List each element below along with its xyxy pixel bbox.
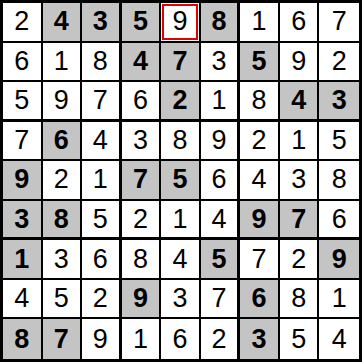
cell-r5c7[interactable]: 4 bbox=[240, 161, 280, 201]
cell-r1c5[interactable]: 9 bbox=[161, 3, 201, 43]
cell-r1c1[interactable]: 2 bbox=[3, 3, 43, 43]
cell-r4c9[interactable]: 5 bbox=[319, 122, 359, 162]
cell-r4c1[interactable]: 7 bbox=[3, 122, 43, 162]
cell-r2c5[interactable]: 7 bbox=[161, 43, 201, 83]
cell-r3c7[interactable]: 8 bbox=[240, 82, 280, 122]
cell-r7c2[interactable]: 3 bbox=[43, 240, 83, 280]
cell-r6c1[interactable]: 3 bbox=[3, 201, 43, 241]
cell-r9c3[interactable]: 9 bbox=[82, 319, 122, 359]
cell-r4c3[interactable]: 4 bbox=[82, 122, 122, 162]
cell-r6c6[interactable]: 4 bbox=[201, 201, 241, 241]
cell-r9c4[interactable]: 1 bbox=[122, 319, 162, 359]
cell-r2c2[interactable]: 1 bbox=[43, 43, 83, 83]
cell-r8c3[interactable]: 2 bbox=[82, 280, 122, 320]
cell-r8c5[interactable]: 3 bbox=[161, 280, 201, 320]
cell-r4c2[interactable]: 6 bbox=[43, 122, 83, 162]
cell-r2c9[interactable]: 2 bbox=[319, 43, 359, 83]
cell-r3c9[interactable]: 3 bbox=[319, 82, 359, 122]
cell-r9c6[interactable]: 2 bbox=[201, 319, 241, 359]
cell-r7c3[interactable]: 6 bbox=[82, 240, 122, 280]
cell-r5c2[interactable]: 2 bbox=[43, 161, 83, 201]
cell-r5c9[interactable]: 8 bbox=[319, 161, 359, 201]
cell-r2c4[interactable]: 4 bbox=[122, 43, 162, 83]
cell-r3c1[interactable]: 5 bbox=[3, 82, 43, 122]
cell-r2c8[interactable]: 9 bbox=[280, 43, 320, 83]
cell-r8c8[interactable]: 8 bbox=[280, 280, 320, 320]
sudoku-board: 2435981676184735925976218437643892159217… bbox=[0, 0, 362, 362]
cell-r7c9[interactable]: 9 bbox=[319, 240, 359, 280]
cell-r5c1[interactable]: 9 bbox=[3, 161, 43, 201]
cell-r6c8[interactable]: 7 bbox=[280, 201, 320, 241]
cell-r3c2[interactable]: 9 bbox=[43, 82, 83, 122]
cell-r5c6[interactable]: 6 bbox=[201, 161, 241, 201]
cell-r9c7[interactable]: 3 bbox=[240, 319, 280, 359]
cell-r8c4[interactable]: 9 bbox=[122, 280, 162, 320]
cell-r7c5[interactable]: 4 bbox=[161, 240, 201, 280]
cell-r6c4[interactable]: 2 bbox=[122, 201, 162, 241]
cell-r1c6[interactable]: 8 bbox=[201, 3, 241, 43]
cell-r6c2[interactable]: 8 bbox=[43, 201, 83, 241]
cell-r5c4[interactable]: 7 bbox=[122, 161, 162, 201]
cell-r4c5[interactable]: 8 bbox=[161, 122, 201, 162]
cell-r4c6[interactable]: 9 bbox=[201, 122, 241, 162]
cell-r7c1[interactable]: 1 bbox=[3, 240, 43, 280]
cell-r5c5[interactable]: 5 bbox=[161, 161, 201, 201]
cell-r9c5[interactable]: 6 bbox=[161, 319, 201, 359]
cell-r3c6[interactable]: 1 bbox=[201, 82, 241, 122]
cell-r4c4[interactable]: 3 bbox=[122, 122, 162, 162]
cell-r9c1[interactable]: 8 bbox=[3, 319, 43, 359]
cell-r1c4[interactable]: 5 bbox=[122, 3, 162, 43]
cell-r8c1[interactable]: 4 bbox=[3, 280, 43, 320]
cell-r3c8[interactable]: 4 bbox=[280, 82, 320, 122]
cell-r6c7[interactable]: 9 bbox=[240, 201, 280, 241]
cell-r1c3[interactable]: 3 bbox=[82, 3, 122, 43]
cell-r9c2[interactable]: 7 bbox=[43, 319, 83, 359]
cell-r7c6[interactable]: 5 bbox=[201, 240, 241, 280]
cell-r5c3[interactable]: 1 bbox=[82, 161, 122, 201]
cell-r6c3[interactable]: 5 bbox=[82, 201, 122, 241]
cell-r2c7[interactable]: 5 bbox=[240, 43, 280, 83]
cell-r3c5[interactable]: 2 bbox=[161, 82, 201, 122]
cell-r7c7[interactable]: 7 bbox=[240, 240, 280, 280]
cell-r7c8[interactable]: 2 bbox=[280, 240, 320, 280]
cell-r3c4[interactable]: 6 bbox=[122, 82, 162, 122]
cell-r4c8[interactable]: 1 bbox=[280, 122, 320, 162]
cell-r9c9[interactable]: 4 bbox=[319, 319, 359, 359]
cell-r2c6[interactable]: 3 bbox=[201, 43, 241, 83]
cell-r6c5[interactable]: 1 bbox=[161, 201, 201, 241]
cell-r1c9[interactable]: 7 bbox=[319, 3, 359, 43]
cell-r1c2[interactable]: 4 bbox=[43, 3, 83, 43]
cell-r7c4[interactable]: 8 bbox=[122, 240, 162, 280]
cell-r9c8[interactable]: 5 bbox=[280, 319, 320, 359]
cell-r8c6[interactable]: 7 bbox=[201, 280, 241, 320]
cell-r8c7[interactable]: 6 bbox=[240, 280, 280, 320]
cell-r1c7[interactable]: 1 bbox=[240, 3, 280, 43]
cell-r4c7[interactable]: 2 bbox=[240, 122, 280, 162]
cell-r1c8[interactable]: 6 bbox=[280, 3, 320, 43]
cell-r2c1[interactable]: 6 bbox=[3, 43, 43, 83]
cell-r3c3[interactable]: 7 bbox=[82, 82, 122, 122]
cell-r8c9[interactable]: 1 bbox=[319, 280, 359, 320]
cell-r2c3[interactable]: 8 bbox=[82, 43, 122, 83]
cell-r8c2[interactable]: 5 bbox=[43, 280, 83, 320]
cell-r6c9[interactable]: 6 bbox=[319, 201, 359, 241]
cell-r5c8[interactable]: 3 bbox=[280, 161, 320, 201]
